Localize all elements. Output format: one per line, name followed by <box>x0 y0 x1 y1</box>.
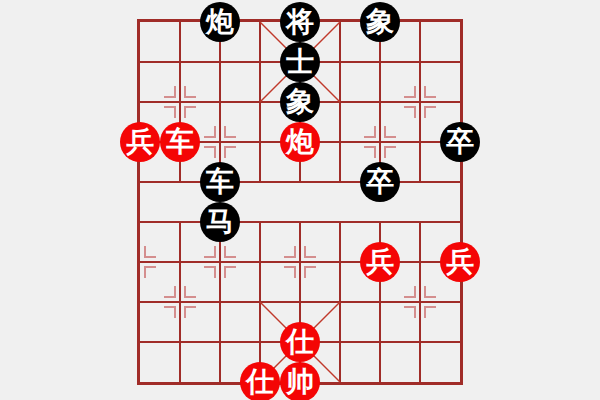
piece-glyph: 兵 <box>366 248 394 276</box>
piece-black-cannon[interactable]: 炮 <box>200 2 240 42</box>
piece-glyph: 马 <box>206 208 234 236</box>
piece-black-soldier[interactable]: 卒 <box>360 162 400 202</box>
piece-glyph: 象 <box>366 8 394 36</box>
piece-red-soldier[interactable]: 兵 <box>120 122 160 162</box>
piece-red-king[interactable]: 帅 <box>280 362 320 400</box>
piece-red-chariot[interactable]: 车 <box>160 122 200 162</box>
piece-glyph: 卒 <box>446 128 474 156</box>
piece-glyph: 兵 <box>126 128 154 156</box>
piece-red-cannon[interactable]: 炮 <box>280 122 320 162</box>
piece-black-soldier[interactable]: 卒 <box>440 122 480 162</box>
piece-black-advisor[interactable]: 士 <box>280 42 320 82</box>
piece-glyph: 将 <box>286 8 314 36</box>
piece-glyph: 兵 <box>446 248 474 276</box>
piece-black-elephant[interactable]: 象 <box>280 82 320 122</box>
piece-glyph: 象 <box>286 88 314 116</box>
piece-glyph: 车 <box>166 128 194 156</box>
piece-black-general[interactable]: 将 <box>280 2 320 42</box>
piece-glyph: 士 <box>286 48 314 76</box>
piece-glyph: 帅 <box>286 368 314 396</box>
piece-glyph: 仕 <box>286 328 314 356</box>
piece-glyph: 卒 <box>366 168 394 196</box>
piece-red-soldier[interactable]: 兵 <box>440 242 480 282</box>
piece-black-horse[interactable]: 马 <box>200 202 240 242</box>
piece-grid: 炮将象士象兵车炮卒车卒马兵兵仕仕帅 <box>120 2 480 400</box>
piece-glyph: 炮 <box>286 128 314 156</box>
piece-black-elephant[interactable]: 象 <box>360 2 400 42</box>
piece-glyph: 仕 <box>246 368 274 396</box>
piece-red-advisor[interactable]: 仕 <box>240 362 280 400</box>
piece-glyph: 车 <box>206 168 234 196</box>
piece-red-advisor[interactable]: 仕 <box>280 322 320 362</box>
piece-red-soldier[interactable]: 兵 <box>360 242 400 282</box>
xiangqi-app: 炮将象士象兵车炮卒车卒马兵兵仕仕帅 <box>0 0 600 400</box>
piece-black-chariot[interactable]: 车 <box>200 162 240 202</box>
piece-glyph: 炮 <box>206 8 234 36</box>
